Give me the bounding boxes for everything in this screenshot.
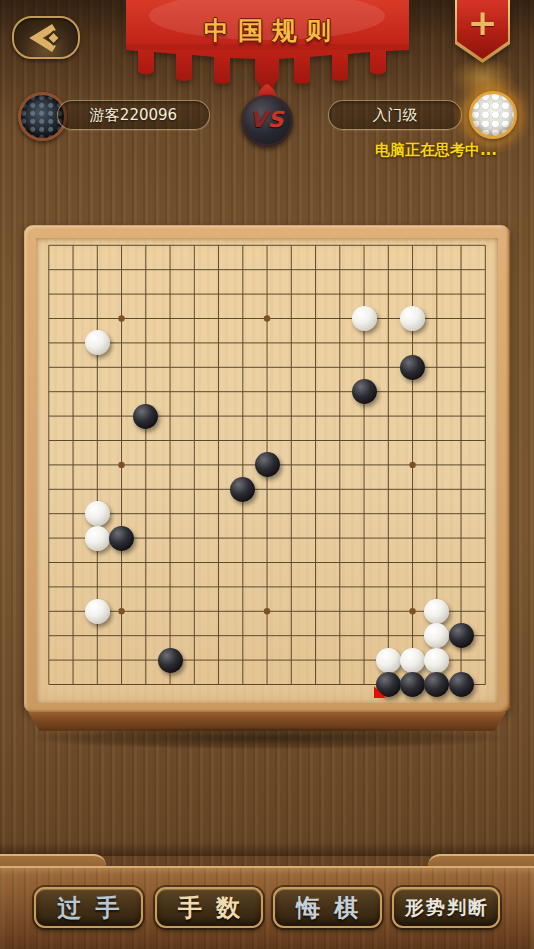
stones-layer [24, 225, 510, 713]
stone-black-Q1 [400, 672, 425, 697]
status-text: 电脑正在思考中... [375, 141, 497, 160]
stone-white-C15 [85, 330, 110, 355]
territory-judge-button[interactable]: 形势判断 [392, 887, 500, 928]
undo-button-label: 悔棋 [297, 892, 373, 924]
page-title: 中国规则 [126, 14, 409, 47]
stone-black-D7 [109, 526, 134, 551]
stone-black-S1 [449, 672, 474, 697]
opponent-level-pill: 入门级 [328, 100, 462, 130]
stone-white-O16 [352, 306, 377, 331]
stone-white-R2 [424, 648, 449, 673]
back-button[interactable] [12, 16, 80, 59]
move-count-button-label: 手数 [178, 892, 254, 924]
stone-black-K10 [255, 452, 280, 477]
screen: 中国规则 + 游客220096 VS 入门级 电脑正在思考中... 过手 手数 [0, 0, 534, 949]
stone-white-C4 [85, 599, 110, 624]
stone-black-Q14 [400, 355, 425, 380]
territory-judge-button-label: 形势判断 [405, 895, 489, 921]
stone-black-O13 [352, 379, 377, 404]
stone-white-R4 [424, 599, 449, 624]
undo-button[interactable]: 悔棋 [273, 887, 382, 928]
stone-white-R3 [424, 623, 449, 648]
board-shadow [34, 727, 500, 749]
player-name-pill: 游客220096 [57, 100, 210, 130]
stone-white-P2 [376, 648, 401, 673]
add-button[interactable]: + [455, 0, 510, 63]
stone-black-E12 [133, 404, 158, 429]
stone-black-F2 [158, 648, 183, 673]
move-count-button[interactable]: 手数 [155, 887, 263, 928]
stone-black-J9 [230, 477, 255, 502]
stone-white-Q2 [400, 648, 425, 673]
go-board[interactable] [24, 225, 510, 713]
pass-button-label: 过手 [58, 892, 134, 924]
opponent-avatar-white-bowl[interactable] [469, 91, 517, 139]
back-arrow-icon [28, 23, 64, 53]
stone-black-R1 [424, 672, 449, 697]
opponent-level: 入门级 [373, 106, 418, 125]
pass-button[interactable]: 过手 [34, 887, 143, 928]
player-name: 游客220096 [90, 106, 177, 125]
stone-white-C7 [85, 526, 110, 551]
stone-white-Q16 [400, 306, 425, 331]
last-move-marker [374, 686, 386, 698]
vs-badge: VS [241, 95, 293, 147]
stone-black-P1 [376, 672, 401, 697]
stone-black-S3 [449, 623, 474, 648]
plus-icon: + [455, 2, 510, 43]
vs-text: VS [241, 107, 293, 132]
stone-white-C8 [85, 501, 110, 526]
